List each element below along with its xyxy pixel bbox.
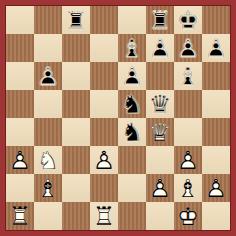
square-g3[interactable]: ♟♙ <box>174 146 202 174</box>
square-f3[interactable] <box>146 146 174 174</box>
board-frame: ♜♖♜♖♚♔♝♗♟♙♟♙♟♙♟♙♟♙♝♗♞♘♛♕♞♘♛♕♟♙♞♘♟♙♟♙♝♗♟♙… <box>0 0 236 236</box>
black-queen-piece: ♛ <box>146 90 174 118</box>
white-pawn-outline: ♙ <box>6 146 34 174</box>
square-e6[interactable]: ♟♙ <box>118 62 146 90</box>
square-f4[interactable]: ♛♕ <box>146 118 174 146</box>
black-king-outline: ♔ <box>174 6 202 34</box>
white-pawn-piece: ♟ <box>174 146 202 174</box>
square-a1[interactable]: ♜♖ <box>6 202 34 230</box>
black-knight-outline: ♘ <box>118 118 146 146</box>
white-pawn-piece: ♟ <box>146 174 174 202</box>
square-f5[interactable]: ♛♕ <box>146 90 174 118</box>
black-rook-piece: ♜ <box>146 6 174 34</box>
square-g2[interactable]: ♝♗ <box>174 174 202 202</box>
black-king-piece: ♚ <box>174 6 202 34</box>
square-e2[interactable] <box>118 174 146 202</box>
square-c8[interactable]: ♜♖ <box>62 6 90 34</box>
white-queen-piece: ♛ <box>146 118 174 146</box>
square-d1[interactable]: ♜♖ <box>90 202 118 230</box>
white-bishop-outline: ♗ <box>34 174 62 202</box>
square-h1[interactable] <box>202 202 230 230</box>
square-g1[interactable]: ♚♔ <box>174 202 202 230</box>
black-bishop-outline: ♗ <box>174 62 202 90</box>
square-e5[interactable]: ♞♘ <box>118 90 146 118</box>
square-h3[interactable] <box>202 146 230 174</box>
square-b8[interactable] <box>34 6 62 34</box>
square-h5[interactable] <box>202 90 230 118</box>
square-e8[interactable] <box>118 6 146 34</box>
white-queen-outline: ♕ <box>146 118 174 146</box>
white-pawn-piece: ♟ <box>202 174 230 202</box>
square-b6[interactable]: ♟♙ <box>34 62 62 90</box>
square-h4[interactable] <box>202 118 230 146</box>
black-pawn-piece: ♟ <box>34 62 62 90</box>
square-d7[interactable] <box>90 34 118 62</box>
white-king-outline: ♔ <box>174 202 202 230</box>
square-b3[interactable]: ♞♘ <box>34 146 62 174</box>
black-pawn-piece: ♟ <box>174 34 202 62</box>
white-pawn-outline: ♙ <box>146 174 174 202</box>
square-d4[interactable] <box>90 118 118 146</box>
black-pawn-outline: ♙ <box>174 34 202 62</box>
square-b5[interactable] <box>34 90 62 118</box>
white-rook-outline: ♖ <box>90 202 118 230</box>
square-c1[interactable] <box>62 202 90 230</box>
square-f8[interactable]: ♜♖ <box>146 6 174 34</box>
square-d6[interactable] <box>90 62 118 90</box>
black-rook-piece: ♜ <box>62 6 90 34</box>
white-rook-outline: ♖ <box>6 202 34 230</box>
white-pawn-piece: ♟ <box>6 146 34 174</box>
white-bishop-outline: ♗ <box>174 174 202 202</box>
square-g8[interactable]: ♚♔ <box>174 6 202 34</box>
black-knight-piece: ♞ <box>118 118 146 146</box>
black-queen-outline: ♕ <box>146 90 174 118</box>
black-pawn-piece: ♟ <box>118 62 146 90</box>
square-f6[interactable] <box>146 62 174 90</box>
square-b2[interactable]: ♝♗ <box>34 174 62 202</box>
square-e7[interactable]: ♝♗ <box>118 34 146 62</box>
black-pawn-outline: ♙ <box>118 62 146 90</box>
white-king-piece: ♚ <box>174 202 202 230</box>
white-knight-outline: ♘ <box>34 146 62 174</box>
white-pawn-outline: ♙ <box>202 174 230 202</box>
black-rook-outline: ♖ <box>62 6 90 34</box>
black-pawn-outline: ♙ <box>34 62 62 90</box>
square-e4[interactable]: ♞♘ <box>118 118 146 146</box>
square-b7[interactable] <box>34 34 62 62</box>
square-c7[interactable] <box>62 34 90 62</box>
white-rook-piece: ♜ <box>6 202 34 230</box>
black-pawn-outline: ♙ <box>146 34 174 62</box>
square-d8[interactable] <box>90 6 118 34</box>
white-bishop-piece: ♝ <box>34 174 62 202</box>
black-pawn-outline: ♙ <box>202 34 230 62</box>
square-c3[interactable] <box>62 146 90 174</box>
black-pawn-piece: ♟ <box>146 34 174 62</box>
square-b4[interactable] <box>34 118 62 146</box>
white-pawn-outline: ♙ <box>174 146 202 174</box>
square-h7[interactable]: ♟♙ <box>202 34 230 62</box>
square-g6[interactable]: ♝♗ <box>174 62 202 90</box>
square-g5[interactable] <box>174 90 202 118</box>
square-d5[interactable] <box>90 90 118 118</box>
white-bishop-piece: ♝ <box>174 174 202 202</box>
square-h8[interactable] <box>202 6 230 34</box>
square-e3[interactable] <box>118 146 146 174</box>
square-b1[interactable] <box>34 202 62 230</box>
black-bishop-piece: ♝ <box>174 62 202 90</box>
square-f2[interactable]: ♟♙ <box>146 174 174 202</box>
black-bishop-outline: ♗ <box>118 34 146 62</box>
square-f1[interactable] <box>146 202 174 230</box>
black-rook-outline: ♖ <box>146 6 174 34</box>
square-d3[interactable]: ♟♙ <box>90 146 118 174</box>
white-rook-piece: ♜ <box>90 202 118 230</box>
black-knight-outline: ♘ <box>118 90 146 118</box>
square-a6[interactable] <box>6 62 34 90</box>
square-c6[interactable] <box>62 62 90 90</box>
square-c4[interactable] <box>62 118 90 146</box>
square-h2[interactable]: ♟♙ <box>202 174 230 202</box>
square-a7[interactable] <box>6 34 34 62</box>
square-a3[interactable]: ♟♙ <box>6 146 34 174</box>
white-knight-piece: ♞ <box>34 146 62 174</box>
square-a8[interactable] <box>6 6 34 34</box>
square-g7[interactable]: ♟♙ <box>174 34 202 62</box>
black-knight-piece: ♞ <box>118 90 146 118</box>
square-g4[interactable] <box>174 118 202 146</box>
square-a4[interactable] <box>6 118 34 146</box>
black-bishop-piece: ♝ <box>118 34 146 62</box>
square-a2[interactable] <box>6 174 34 202</box>
black-pawn-piece: ♟ <box>202 34 230 62</box>
square-e1[interactable] <box>118 202 146 230</box>
square-a5[interactable] <box>6 90 34 118</box>
white-pawn-outline: ♙ <box>90 146 118 174</box>
chess-board: ♜♖♜♖♚♔♝♗♟♙♟♙♟♙♟♙♟♙♝♗♞♘♛♕♞♘♛♕♟♙♞♘♟♙♟♙♝♗♟♙… <box>6 6 230 230</box>
square-c5[interactable] <box>62 90 90 118</box>
square-f7[interactable]: ♟♙ <box>146 34 174 62</box>
white-pawn-piece: ♟ <box>90 146 118 174</box>
square-d2[interactable] <box>90 174 118 202</box>
square-h6[interactable] <box>202 62 230 90</box>
square-c2[interactable] <box>62 174 90 202</box>
